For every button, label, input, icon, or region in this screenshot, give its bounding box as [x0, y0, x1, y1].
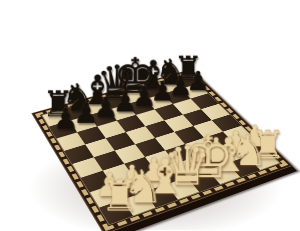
- piece-white-rook: ♜: [101, 174, 140, 217]
- scene: ♜♞♝♛♚♝♞♜♟♟♟♟♟♟♟♟♟♟♟♟♟♟♟♟♜♞♝♛♚♝♞♜: [0, 0, 300, 231]
- chess-board: ♜♞♝♛♚♝♞♜♟♟♟♟♟♟♟♟♟♟♟♟♟♟♟♟♜♞♝♛♚♝♞♜: [31, 69, 293, 231]
- piece-black-pawn: ♟: [53, 105, 79, 134]
- photo-canvas: ♜♞♝♛♚♝♞♜♟♟♟♟♟♟♟♟♟♟♟♟♟♟♟♟♜♞♝♛♚♝♞♜: [0, 0, 300, 231]
- board-grid: ♜♞♝♛♚♝♞♜♟♟♟♟♟♟♟♟♟♟♟♟♟♟♟♟♜♞♝♛♚♝♞♜: [42, 75, 279, 225]
- square-a1: ♜: [99, 200, 133, 224]
- board-frame-trim: ♜♞♝♛♚♝♞♜♟♟♟♟♟♟♟♟♟♟♟♟♟♟♟♟♜♞♝♛♚♝♞♜: [35, 71, 288, 231]
